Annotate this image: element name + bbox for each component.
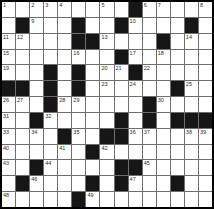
white-cell-r3c1[interactable] <box>16 50 29 65</box>
clue-number-22: 22 <box>144 65 150 72</box>
white-cell-r5c9[interactable]: 24 <box>129 81 142 96</box>
white-cell-r6c6[interactable] <box>86 97 99 112</box>
white-cell-r1c3[interactable] <box>44 18 57 33</box>
white-cell-r6c13[interactable] <box>185 97 198 112</box>
white-cell-r9c14[interactable] <box>199 145 212 160</box>
white-cell-r11c9[interactable]: 47 <box>129 176 142 191</box>
white-cell-r4c8[interactable]: 21 <box>115 65 128 80</box>
white-cell-r9c13[interactable] <box>185 145 198 160</box>
clue-number-19: 19 <box>3 65 9 72</box>
white-cell-r6c5[interactable]: 29 <box>72 97 85 112</box>
white-cell-r3c7[interactable] <box>100 50 113 65</box>
black-cell-r7c12 <box>171 113 184 128</box>
white-cell-r12c0[interactable]: 48 <box>2 192 15 207</box>
clue-number-36: 36 <box>130 129 136 136</box>
clue-number-15: 15 <box>3 50 9 57</box>
white-cell-r3c4[interactable] <box>58 50 71 65</box>
clue-number-33: 33 <box>3 129 9 136</box>
black-cell-r10c9 <box>129 160 142 175</box>
white-cell-r4c7[interactable]: 20 <box>100 65 113 80</box>
clue-number-26: 26 <box>3 97 9 104</box>
clue-number-30: 30 <box>158 97 164 104</box>
white-cell-r8c5[interactable]: 35 <box>72 129 85 144</box>
white-cell-r10c10[interactable]: 45 <box>143 160 156 175</box>
black-cell-r7c10 <box>143 113 156 128</box>
white-cell-r12c6[interactable]: 49 <box>86 192 99 207</box>
white-cell-r1c0[interactable] <box>2 18 15 33</box>
clue-number-25: 25 <box>186 81 192 88</box>
white-cell-r7c7[interactable] <box>100 113 113 128</box>
white-cell-r7c5[interactable] <box>72 113 85 128</box>
clue-number-28: 28 <box>59 97 65 104</box>
clue-number-40: 40 <box>3 145 9 152</box>
white-cell-r2c2[interactable] <box>30 34 43 49</box>
white-cell-r0c0[interactable]: 1 <box>2 2 15 17</box>
black-cell-r11c8 <box>115 176 128 191</box>
black-cell-r1c5 <box>72 18 85 33</box>
white-cell-r12c13[interactable] <box>185 192 198 207</box>
black-cell-r8c7 <box>100 129 113 144</box>
white-cell-r8c10[interactable]: 37 <box>143 129 156 144</box>
white-cell-r0c1[interactable] <box>16 2 29 17</box>
white-cell-r0c6[interactable] <box>86 2 99 17</box>
clue-number-39: 39 <box>200 129 206 136</box>
clue-number-20: 20 <box>101 65 107 72</box>
white-cell-r1c4[interactable] <box>58 18 71 33</box>
clue-number-7: 7 <box>158 2 161 9</box>
white-cell-r4c11[interactable] <box>157 65 170 80</box>
white-cell-r9c0[interactable]: 40 <box>2 145 15 160</box>
white-cell-r2c10[interactable] <box>143 34 156 49</box>
white-cell-r6c7[interactable] <box>100 97 113 112</box>
white-cell-r0c11[interactable]: 7 <box>157 2 170 17</box>
white-cell-r5c4[interactable] <box>58 81 71 96</box>
white-cell-r3c13[interactable] <box>185 50 198 65</box>
white-cell-r12c10[interactable] <box>143 192 156 207</box>
white-cell-r10c11[interactable] <box>157 160 170 175</box>
white-cell-r4c6[interactable] <box>86 65 99 80</box>
white-cell-r4c2[interactable] <box>30 65 43 80</box>
white-cell-r6c8[interactable] <box>115 97 128 112</box>
white-cell-r8c1[interactable] <box>16 129 29 144</box>
clue-number-1: 1 <box>3 2 6 9</box>
clue-number-48: 48 <box>3 192 9 199</box>
white-cell-r11c13[interactable] <box>185 176 198 191</box>
white-cell-r7c0[interactable]: 31 <box>2 113 15 128</box>
black-cell-r4c5 <box>72 65 85 80</box>
white-cell-r4c10[interactable]: 22 <box>143 65 156 80</box>
black-cell-r10c8 <box>115 160 128 175</box>
white-cell-r3c12[interactable] <box>171 50 184 65</box>
white-cell-r0c10[interactable]: 6 <box>143 2 156 17</box>
black-cell-r5c1 <box>16 81 29 96</box>
black-cell-r10c2 <box>30 160 43 175</box>
black-cell-r5c3 <box>44 81 57 96</box>
black-cell-r2c5 <box>72 34 85 49</box>
white-cell-r9c9[interactable] <box>129 145 142 160</box>
white-cell-r2c0[interactable]: 11 <box>2 34 15 49</box>
white-cell-r6c0[interactable]: 26 <box>2 97 15 112</box>
clue-number-47: 47 <box>130 176 136 183</box>
black-cell-r1c8 <box>115 18 128 33</box>
white-cell-r1c6[interactable] <box>86 18 99 33</box>
white-cell-r1c9[interactable]: 10 <box>129 18 142 33</box>
white-cell-r8c9[interactable]: 36 <box>129 129 142 144</box>
white-cell-r10c13[interactable] <box>185 160 198 175</box>
white-cell-r2c9[interactable] <box>129 34 142 49</box>
white-cell-r6c14[interactable] <box>199 97 212 112</box>
white-cell-r9c10[interactable] <box>143 145 156 160</box>
black-cell-r7c2 <box>30 113 43 128</box>
white-cell-r3c9[interactable]: 17 <box>129 50 142 65</box>
white-cell-r0c3[interactable]: 3 <box>44 2 57 17</box>
white-cell-r7c1[interactable] <box>16 113 29 128</box>
white-cell-r0c12[interactable] <box>171 2 184 17</box>
clue-number-44: 44 <box>45 160 51 167</box>
clue-number-14: 14 <box>186 34 192 41</box>
clue-number-42: 42 <box>101 145 107 152</box>
white-cell-r0c5[interactable] <box>72 2 85 17</box>
white-cell-r3c5[interactable]: 16 <box>72 50 85 65</box>
white-cell-r0c2[interactable]: 2 <box>30 2 43 17</box>
white-cell-r8c11[interactable] <box>157 129 170 144</box>
white-cell-r10c3[interactable]: 44 <box>44 160 57 175</box>
white-cell-r1c10[interactable] <box>143 18 156 33</box>
white-cell-r11c11[interactable] <box>157 176 170 191</box>
white-cell-r6c4[interactable]: 28 <box>58 97 71 112</box>
white-cell-r9c3[interactable] <box>44 145 57 160</box>
white-cell-r3c11[interactable]: 18 <box>157 50 170 65</box>
white-cell-r5c6[interactable] <box>86 81 99 96</box>
white-cell-r12c9[interactable] <box>129 192 142 207</box>
white-cell-r2c3[interactable] <box>44 34 57 49</box>
black-cell-r8c4 <box>58 129 71 144</box>
white-cell-r0c14[interactable]: 8 <box>199 2 212 17</box>
white-cell-r0c4[interactable]: 4 <box>58 2 71 17</box>
white-cell-r9c7[interactable]: 42 <box>100 145 113 160</box>
white-cell-r5c10[interactable] <box>143 81 156 96</box>
clue-number-13: 13 <box>101 34 107 41</box>
clue-number-31: 31 <box>3 113 9 120</box>
white-cell-r4c4[interactable] <box>58 65 71 80</box>
white-cell-r12c8[interactable] <box>115 192 128 207</box>
white-cell-r1c7[interactable] <box>100 18 113 33</box>
clue-number-3: 3 <box>45 2 48 9</box>
black-cell-r7c13 <box>185 113 198 128</box>
white-cell-r8c14[interactable]: 39 <box>199 129 212 144</box>
black-cell-r11c1 <box>16 176 29 191</box>
white-cell-r5c7[interactable]: 23 <box>100 81 113 96</box>
clue-number-43: 43 <box>3 160 9 167</box>
white-cell-r5c2[interactable] <box>30 81 43 96</box>
clue-number-2: 2 <box>31 2 34 9</box>
white-cell-r10c1[interactable] <box>16 160 29 175</box>
clue-number-16: 16 <box>73 50 79 57</box>
black-cell-r11c6 <box>86 176 99 191</box>
white-cell-r11c0[interactable] <box>2 176 15 191</box>
white-cell-r0c13[interactable] <box>185 2 198 17</box>
clue-number-41: 41 <box>59 145 65 152</box>
black-cell-r5c5 <box>72 81 85 96</box>
white-cell-r7c6[interactable] <box>86 113 99 128</box>
white-cell-r8c3[interactable] <box>44 129 57 144</box>
white-cell-r6c9[interactable] <box>129 97 142 112</box>
black-cell-r6c3 <box>44 97 57 112</box>
white-cell-r4c14[interactable] <box>199 65 212 80</box>
clue-number-37: 37 <box>144 129 150 136</box>
black-cell-r2c6 <box>86 34 99 49</box>
white-cell-r6c1[interactable]: 27 <box>16 97 29 112</box>
white-cell-r10c4[interactable] <box>58 160 71 175</box>
black-cell-r2c11 <box>157 34 170 49</box>
white-cell-r2c12[interactable] <box>171 34 184 49</box>
white-cell-r2c7[interactable]: 13 <box>100 34 113 49</box>
white-cell-r5c11[interactable] <box>157 81 170 96</box>
black-cell-r3c8 <box>115 50 128 65</box>
white-cell-r10c12[interactable] <box>171 160 184 175</box>
white-cell-r1c11[interactable] <box>157 18 170 33</box>
black-cell-r7c14 <box>199 113 212 128</box>
white-cell-r2c14[interactable] <box>199 34 212 49</box>
clue-number-6: 6 <box>144 2 147 9</box>
clue-number-23: 23 <box>101 81 107 88</box>
white-cell-r8c0[interactable]: 33 <box>2 129 15 144</box>
white-cell-r8c6[interactable] <box>86 129 99 144</box>
white-cell-r4c13[interactable] <box>185 65 198 80</box>
white-cell-r12c7[interactable] <box>100 192 113 207</box>
white-cell-r12c4[interactable] <box>58 192 71 207</box>
clue-number-49: 49 <box>87 192 93 199</box>
white-cell-r3c10[interactable] <box>143 50 156 65</box>
clue-number-18: 18 <box>158 50 164 57</box>
white-cell-r11c2[interactable]: 46 <box>30 176 43 191</box>
white-cell-r4c0[interactable]: 19 <box>2 65 15 80</box>
white-cell-r7c9[interactable] <box>129 113 142 128</box>
white-cell-r3c0[interactable]: 15 <box>2 50 15 65</box>
white-cell-r3c14[interactable] <box>199 50 212 65</box>
black-cell-r4c3 <box>44 65 57 80</box>
white-cell-r12c14[interactable] <box>199 192 212 207</box>
white-cell-r12c2[interactable] <box>30 192 43 207</box>
white-cell-r10c14[interactable] <box>199 160 212 175</box>
clue-number-17: 17 <box>130 50 136 57</box>
black-cell-r0c9 <box>129 2 142 17</box>
clue-number-27: 27 <box>17 97 23 104</box>
white-cell-r7c11[interactable] <box>157 113 170 128</box>
white-cell-r12c1[interactable] <box>16 192 29 207</box>
clue-number-38: 38 <box>186 129 192 136</box>
clue-number-12: 12 <box>17 34 23 41</box>
white-cell-r2c8[interactable] <box>115 34 128 49</box>
clue-number-24: 24 <box>130 81 136 88</box>
white-cell-r0c7[interactable]: 5 <box>100 2 113 17</box>
white-cell-r1c14[interactable] <box>199 18 212 33</box>
white-cell-r10c0[interactable]: 43 <box>2 160 15 175</box>
clue-number-8: 8 <box>200 2 203 9</box>
white-cell-r12c3[interactable] <box>44 192 57 207</box>
clue-number-10: 10 <box>130 18 136 25</box>
crossword-grid: 1234567891011121314151617181920212223242… <box>0 0 214 209</box>
white-cell-r8c13[interactable]: 38 <box>185 129 198 144</box>
white-cell-r11c7[interactable] <box>100 176 113 191</box>
black-cell-r12c5 <box>72 192 85 207</box>
white-cell-r9c8[interactable] <box>115 145 128 160</box>
black-cell-r8c8 <box>115 129 128 144</box>
white-cell-r4c1[interactable] <box>16 65 29 80</box>
white-cell-r11c3[interactable] <box>44 176 57 191</box>
black-cell-r11c12 <box>171 176 184 191</box>
clue-number-21: 21 <box>116 65 122 72</box>
black-cell-r5c0 <box>2 81 15 96</box>
clue-number-4: 4 <box>59 2 62 9</box>
white-cell-r11c10[interactable] <box>143 176 156 191</box>
white-cell-r8c2[interactable]: 34 <box>30 129 43 144</box>
white-cell-r5c14[interactable] <box>199 81 212 96</box>
black-cell-r5c12 <box>171 81 184 96</box>
black-cell-r6c10 <box>143 97 156 112</box>
white-cell-r9c11[interactable] <box>157 145 170 160</box>
white-cell-r0c8[interactable] <box>115 2 128 17</box>
black-cell-r4c9 <box>129 65 142 80</box>
white-cell-r10c6[interactable] <box>86 160 99 175</box>
white-cell-r9c5[interactable] <box>72 145 85 160</box>
white-cell-r7c3[interactable]: 32 <box>44 113 57 128</box>
clue-number-9: 9 <box>31 18 34 25</box>
white-cell-r9c1[interactable] <box>16 145 29 160</box>
white-cell-r11c5[interactable] <box>72 176 85 191</box>
clue-number-29: 29 <box>73 97 79 104</box>
white-cell-r3c6[interactable] <box>86 50 99 65</box>
white-cell-r1c2[interactable]: 9 <box>30 18 43 33</box>
white-cell-r11c14[interactable] <box>199 176 212 191</box>
white-cell-r4c12[interactable] <box>171 65 184 80</box>
black-cell-r7c8 <box>115 113 128 128</box>
white-cell-r5c8[interactable] <box>115 81 128 96</box>
white-cell-r10c5[interactable] <box>72 160 85 175</box>
clue-number-35: 35 <box>73 129 79 136</box>
white-cell-r2c1[interactable]: 12 <box>16 34 29 49</box>
white-cell-r9c4[interactable]: 41 <box>58 145 71 160</box>
white-cell-r6c12[interactable] <box>171 97 184 112</box>
clue-number-34: 34 <box>31 129 37 136</box>
black-cell-r9c6 <box>86 145 99 160</box>
white-cell-r10c7[interactable] <box>100 160 113 175</box>
clue-number-32: 32 <box>45 113 51 120</box>
white-cell-r8c12[interactable] <box>171 129 184 144</box>
clue-number-5: 5 <box>101 2 104 9</box>
white-cell-r3c2[interactable] <box>30 50 43 65</box>
white-cell-r6c2[interactable] <box>30 97 43 112</box>
white-cell-r2c4[interactable] <box>58 34 71 49</box>
white-cell-r5c13[interactable]: 25 <box>185 81 198 96</box>
white-cell-r9c2[interactable] <box>30 145 43 160</box>
white-cell-r2c13[interactable]: 14 <box>185 34 198 49</box>
clue-number-46: 46 <box>31 176 37 183</box>
white-cell-r7c4[interactable] <box>58 113 71 128</box>
white-cell-r11c4[interactable] <box>58 176 71 191</box>
white-cell-r12c12[interactable] <box>171 192 184 207</box>
white-cell-r6c11[interactable]: 30 <box>157 97 170 112</box>
clue-number-11: 11 <box>3 34 9 41</box>
white-cell-r1c12[interactable] <box>171 18 184 33</box>
white-cell-r9c12[interactable] <box>171 145 184 160</box>
black-cell-r1c1 <box>16 18 29 33</box>
clue-number-45: 45 <box>144 160 150 167</box>
black-cell-r1c13 <box>185 18 198 33</box>
white-cell-r12c11[interactable] <box>157 192 170 207</box>
white-cell-r3c3[interactable] <box>44 50 57 65</box>
